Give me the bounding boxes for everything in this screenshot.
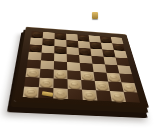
checker-piece-light[interactable]: ⛀: [108, 73, 121, 81]
checker-piece-light[interactable]: ⛀: [54, 89, 67, 98]
checker-piece-light[interactable]: ⛀: [83, 90, 96, 99]
checker-piece-light[interactable]: ⛀: [123, 83, 136, 92]
checker-piece-light[interactable]: ⛀: [27, 69, 40, 77]
checker-piece-light[interactable]: ⛀: [24, 87, 38, 96]
square[interactable]: ⛀: [82, 90, 97, 101]
scene: { "game": "checkers (draughts), folding …: [0, 0, 160, 135]
square[interactable]: ⛀: [23, 87, 39, 98]
checker-piece-light[interactable]: ⛀: [40, 78, 52, 87]
square[interactable]: [124, 92, 140, 103]
checker-piece-dark[interactable]: ⛂: [55, 47, 66, 54]
checker-piece-dark[interactable]: ⛂: [30, 45, 41, 52]
square[interactable]: ⛀: [53, 88, 68, 99]
checker-piece-light[interactable]: ⛀: [69, 80, 81, 89]
checker-piece-light[interactable]: ⛀: [81, 72, 93, 80]
checker-piece-light[interactable]: ⛀: [96, 82, 109, 91]
board-box: ⛂⛂⛂⛂⛂⛂⛂⛂⛂⛂⛂⛂⛀⛀⛀⛀⛀⛀⛀⛀⛀⛀⛀⛀: [14, 27, 149, 108]
square[interactable]: [68, 89, 83, 100]
checker-piece-light[interactable]: ⛀: [55, 70, 67, 78]
brass-clasp: [92, 12, 98, 19]
checker-piece-light[interactable]: ⛀: [111, 92, 125, 101]
board-grid: ⛂⛂⛂⛂⛂⛂⛂⛂⛂⛂⛂⛂⛀⛀⛀⛀⛀⛀⛀⛀⛀⛀⛀⛀: [23, 31, 140, 103]
